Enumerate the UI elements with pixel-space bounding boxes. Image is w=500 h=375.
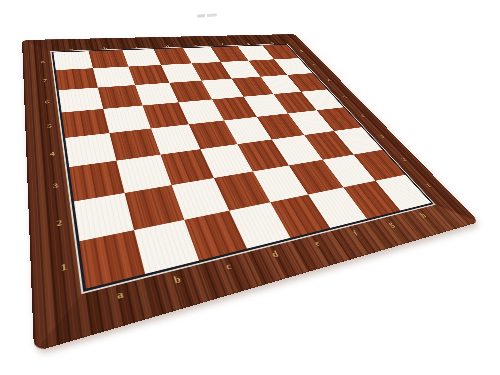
background-artifact bbox=[197, 13, 217, 17]
square-a8 bbox=[53, 51, 93, 70]
chessboard: abcdefgh abcdefgh 87654321 87654321 bbox=[22, 34, 479, 352]
page-background: abcdefgh abcdefgh 87654321 87654321 bbox=[0, 0, 500, 375]
